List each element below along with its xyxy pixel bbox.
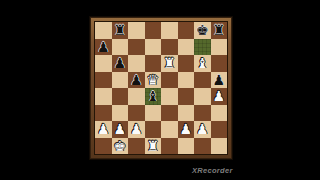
square-d2[interactable]	[145, 121, 162, 138]
chess-board[interactable]: ♜♚♜♟♟♜♝♟♛♟♝♟♟♟♟♟♟♚♜	[94, 21, 228, 155]
square-g3[interactable]	[194, 105, 211, 122]
black-rook-icon: ♜	[212, 23, 225, 37]
square-g1[interactable]	[194, 138, 211, 155]
square-d4[interactable]: ♝	[145, 88, 162, 105]
square-c8[interactable]	[128, 22, 145, 39]
black-pawn-icon: ♟	[212, 72, 225, 86]
square-g8[interactable]: ♚	[194, 22, 211, 39]
square-e4[interactable]	[161, 88, 178, 105]
square-d5[interactable]: ♛	[145, 72, 162, 89]
xrecorder-watermark: XRecorder	[192, 166, 233, 175]
square-f2[interactable]: ♟	[178, 121, 195, 138]
square-f3[interactable]	[178, 105, 195, 122]
white-bishop-icon: ♝	[196, 56, 209, 70]
square-f1[interactable]	[178, 138, 195, 155]
square-d6[interactable]	[145, 55, 162, 72]
square-h4[interactable]: ♟	[211, 88, 228, 105]
square-a2[interactable]: ♟	[95, 121, 112, 138]
black-bishop-icon: ♝	[146, 89, 159, 103]
square-a4[interactable]	[95, 88, 112, 105]
square-h8[interactable]: ♜	[211, 22, 228, 39]
square-e5[interactable]	[161, 72, 178, 89]
square-f4[interactable]	[178, 88, 195, 105]
square-a5[interactable]	[95, 72, 112, 89]
white-pawn-icon: ♟	[97, 122, 110, 136]
white-rook-icon: ♜	[146, 138, 159, 152]
square-b4[interactable]	[112, 88, 129, 105]
square-f5[interactable]	[178, 72, 195, 89]
white-pawn-icon: ♟	[179, 122, 192, 136]
white-king-icon: ♚	[113, 138, 126, 152]
square-c3[interactable]	[128, 105, 145, 122]
square-d3[interactable]	[145, 105, 162, 122]
black-pawn-icon: ♟	[97, 39, 110, 53]
square-e2[interactable]	[161, 121, 178, 138]
black-pawn-icon: ♟	[130, 72, 143, 86]
square-c2[interactable]: ♟	[128, 121, 145, 138]
square-e1[interactable]	[161, 138, 178, 155]
square-e8[interactable]	[161, 22, 178, 39]
square-c4[interactable]	[128, 88, 145, 105]
square-d1[interactable]: ♜	[145, 138, 162, 155]
square-d7[interactable]	[145, 39, 162, 56]
square-f8[interactable]	[178, 22, 195, 39]
square-b2[interactable]: ♟	[112, 121, 129, 138]
square-f7[interactable]	[178, 39, 195, 56]
square-c1[interactable]	[128, 138, 145, 155]
square-h7[interactable]	[211, 39, 228, 56]
white-pawn-icon: ♟	[212, 89, 225, 103]
square-d8[interactable]	[145, 22, 162, 39]
square-e7[interactable]	[161, 39, 178, 56]
square-b8[interactable]: ♜	[112, 22, 129, 39]
square-a3[interactable]	[95, 105, 112, 122]
square-e6[interactable]: ♜	[161, 55, 178, 72]
square-b7[interactable]	[112, 39, 129, 56]
square-b1[interactable]: ♚	[112, 138, 129, 155]
square-b6[interactable]: ♟	[112, 55, 129, 72]
square-g6[interactable]: ♝	[194, 55, 211, 72]
square-a8[interactable]	[95, 22, 112, 39]
white-pawn-icon: ♟	[113, 122, 126, 136]
white-pawn-icon: ♟	[130, 122, 143, 136]
black-king-icon: ♚	[196, 23, 209, 37]
square-b5[interactable]	[112, 72, 129, 89]
square-e3[interactable]	[161, 105, 178, 122]
square-a6[interactable]	[95, 55, 112, 72]
black-rook-icon: ♜	[113, 23, 126, 37]
black-pawn-icon: ♟	[113, 56, 126, 70]
square-g2[interactable]: ♟	[194, 121, 211, 138]
square-c5[interactable]: ♟	[128, 72, 145, 89]
screen-background: ♜♚♜♟♟♜♝♟♛♟♝♟♟♟♟♟♟♚♜ XRecorder	[0, 0, 320, 180]
white-rook-icon: ♜	[163, 56, 176, 70]
square-h6[interactable]	[211, 55, 228, 72]
square-a1[interactable]	[95, 138, 112, 155]
square-g7[interactable]	[194, 39, 211, 56]
square-f6[interactable]	[178, 55, 195, 72]
white-pawn-icon: ♟	[196, 122, 209, 136]
square-h5[interactable]: ♟	[211, 72, 228, 89]
square-g5[interactable]	[194, 72, 211, 89]
square-g4[interactable]	[194, 88, 211, 105]
square-h3[interactable]	[211, 105, 228, 122]
square-b3[interactable]	[112, 105, 129, 122]
square-c7[interactable]	[128, 39, 145, 56]
square-c6[interactable]	[128, 55, 145, 72]
white-queen-icon: ♛	[146, 72, 159, 86]
square-h1[interactable]	[211, 138, 228, 155]
square-a7[interactable]: ♟	[95, 39, 112, 56]
board-frame: ♜♚♜♟♟♜♝♟♛♟♝♟♟♟♟♟♟♚♜	[89, 16, 233, 160]
square-h2[interactable]	[211, 121, 228, 138]
